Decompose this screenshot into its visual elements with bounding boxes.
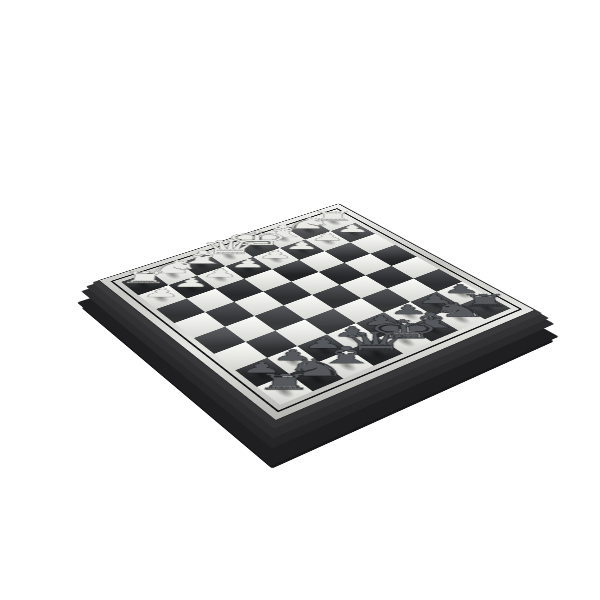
chess-set-product-photo: ♜♞♝♛♚♝♞♜♟♟♟♟♟♟♟♟♟♟♟♟♟♟♟♟♜♞♝♛♚♝♞♜ — [0, 0, 600, 600]
piece-white-pawn: ♟ — [112, 286, 210, 299]
piece-black-rook: ♜ — [229, 371, 339, 393]
chess-board-3d: ♜♞♝♛♚♝♞♜♟♟♟♟♟♟♟♟♟♟♟♟♟♟♟♟♜♞♝♛♚♝♞♜ — [98, 204, 535, 421]
